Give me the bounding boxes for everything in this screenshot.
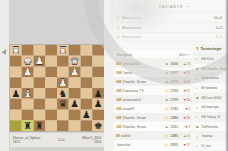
seek-icon [116, 25, 120, 29]
winner-row[interactable]: ○GM Andreikin [194, 74, 228, 84]
player-rating: 2680 [169, 116, 178, 120]
black-pawn-g2: ♟ [82, 110, 91, 120]
player-title: IM [116, 134, 120, 138]
player-rating: 2779 [169, 80, 178, 84]
square-d1 [45, 120, 57, 131]
square-e1 [57, 120, 69, 131]
square-d7 [45, 56, 57, 67]
black-player: Milan7_2004 1904 [82, 136, 101, 144]
lobby-seek-row[interactable]: Anonymous10+0 [114, 13, 228, 23]
square-c5 [33, 77, 45, 88]
panel-gutter [104, 0, 114, 151]
winner-row[interactable]: ♞TheFinnisher [194, 122, 228, 132]
black-pawn-f3: ♟ [70, 99, 79, 109]
leaderboard-row[interactable]: GMZhigalko_Sergei♞2779▼20 [114, 77, 192, 86]
square-h8 [92, 45, 104, 56]
lightning-perf-icon: ⚡ [164, 143, 168, 147]
square-e8: ♜ [57, 45, 69, 56]
square-d6 [45, 66, 57, 77]
player-name: Ognita [122, 71, 132, 75]
rating-progress: ▼20 [182, 80, 190, 84]
circle-icon: ○ [196, 57, 200, 61]
winner-row[interactable]: ○GM Klickr [194, 54, 228, 64]
player-title: GM [116, 80, 121, 84]
seek-icon [116, 16, 120, 20]
winner-name: IM elhamida [201, 86, 217, 89]
square-c3 [33, 99, 45, 110]
square-h7 [92, 56, 104, 67]
circle-icon: ○ [196, 105, 200, 109]
winner-row[interactable]: ○GM Vidocq_85 [194, 112, 228, 122]
black-pawn-h3: ♟ [94, 99, 103, 109]
square-c7: ♟ [33, 56, 45, 67]
leaderboard-row[interactable]: GMjasugi99⚡2745▼5 [114, 104, 192, 113]
player-rating: 2733 [169, 89, 178, 93]
player-rating: 2745 [169, 107, 178, 111]
square-e5: ♟ [57, 77, 69, 88]
rating-progress: ▼21 [182, 71, 190, 75]
seek-player-name: Anonymous [122, 25, 141, 29]
time-control: 2+0 [58, 138, 64, 142]
square-a4: ♟ [10, 88, 22, 99]
player-name: sp4rkk [121, 134, 131, 138]
winner-name: GM Lance5500 [201, 96, 222, 99]
square-h1: ♚ [92, 120, 104, 131]
variant-column-label: VARIANTE [155, 4, 186, 8]
square-g2: ♟ [80, 109, 92, 120]
player-name: alireza2003 [122, 62, 139, 66]
right-panel: VARIANTE Anonymous10+0Anonymous5+0Anonym… [114, 0, 228, 151]
square-c6 [33, 66, 45, 77]
white-player: Warrior_of_Spleen 1623 [13, 136, 41, 144]
knight-perf-icon: ♞ [165, 98, 168, 102]
lobby-table: VARIANTE Anonymous10+0Anonymous5+0Anonym… [114, 0, 228, 43]
white-pawn-b6: ♟ [23, 67, 32, 77]
square-h4: ♟ [92, 88, 104, 99]
player-name: Zhigalko_Sergei [122, 116, 146, 120]
square-a5 [10, 77, 22, 88]
player-name: Zhigalko_Sergei [122, 125, 146, 129]
player-title: GM [116, 71, 121, 75]
winner-name: GM Klickr [201, 57, 214, 60]
square-c4 [33, 88, 45, 99]
black-player-rating: 1904 [82, 140, 101, 144]
square-d2 [45, 109, 57, 120]
winner-row[interactable]: ○32_mm [194, 141, 228, 151]
trophy-icon: Y [196, 47, 199, 52]
winner-row[interactable]: ○IM elhamida [194, 83, 228, 93]
rating-progress: ▼5 [182, 107, 190, 111]
left-page-margin [0, 0, 9, 151]
square-c1: ♜ [33, 120, 45, 131]
square-e4: ♞ [57, 88, 69, 99]
square-d3 [45, 99, 57, 110]
knight-perf-icon: ♞ [165, 62, 168, 66]
square-a6 [10, 66, 22, 77]
rating-progress: ▼20 [182, 98, 190, 102]
square-h5 [92, 77, 104, 88]
tv-caption[interactable]: Warrior_of_Spleen 1623 2+0 Milan7_2004 1… [10, 133, 104, 147]
knight-icon: ♞ [196, 96, 200, 100]
square-h6 [92, 66, 104, 77]
white-rook-e8: ♜ [59, 46, 68, 56]
winner-name: 32_mm [201, 144, 211, 147]
winner-name: Teodhua [201, 135, 213, 138]
seek-time-control: 2+1 [216, 35, 222, 39]
white-pawn-f6: ♟ [70, 67, 79, 77]
square-c2 [33, 109, 45, 120]
square-f3: ♟ [69, 99, 81, 110]
pawn-perf-icon: ♟ [165, 71, 168, 75]
square-e3: ♛ [57, 99, 69, 110]
white-player-rating: 1623 [13, 140, 41, 144]
pawn-perf-icon: ♟ [165, 125, 168, 129]
black-queen-e3: ♛ [59, 99, 68, 109]
leaderboard-more-link[interactable]: Mehr » [179, 52, 189, 56]
leaderboard-row[interactable]: IMsp4rkk⚡2485▲15 [114, 131, 192, 140]
lobby-seek-row[interactable]: Anonymous5+0 [114, 23, 228, 33]
leaderboard-rows: GMalireza2003♞3056▲23GMOgnita♟2977▼21GMZ… [114, 59, 192, 149]
screenshot-viewport: ♜♜♚♟♛♟♟♟♟♝♞♟♛♟♟♟♜♜♚ Warrior_of_Spleen 16… [0, 0, 228, 151]
square-f2 [69, 109, 81, 120]
player-title: GM [116, 89, 121, 93]
seek-player-name: Anonymous [122, 16, 141, 20]
square-f1 [69, 120, 81, 131]
lightning-perf-icon: ⚡ [164, 116, 168, 120]
black-pawn-a4: ♟ [12, 89, 21, 99]
leaderboard-row[interactable]: GMZhigalko_Sergei⚡2680▼20 [114, 113, 192, 122]
player-rating: 2977 [169, 71, 178, 75]
square-g1 [80, 120, 92, 131]
square-g4 [80, 88, 92, 99]
winner-rows: ○GM Klickr♞GM Zhigalko_Sergei○GM Andreik… [194, 54, 228, 151]
square-g8 [80, 45, 92, 56]
white-rook-a8: ♜ [12, 46, 21, 56]
leaderboard-row[interactable]: konevlad⚡3495▼17 [114, 140, 192, 149]
leaderboard-row[interactable]: GMZugzwang_TV⚡2733▼21 [114, 86, 192, 95]
tv-board[interactable]: ♜♜♚♟♛♟♟♟♟♝♞♟♛♟♟♟♜♜♚ [10, 45, 104, 131]
knight-perf-icon: ♞ [165, 80, 168, 84]
square-d8 [45, 45, 57, 56]
rating-progress: ▼20 [182, 116, 190, 120]
square-f6: ♟ [69, 66, 81, 77]
leaderboard-title: Rangliste [117, 52, 132, 56]
rating-progress: ▼17 [182, 143, 190, 147]
leaderboard-row[interactable]: GMOgnita♟2977▼21 [114, 68, 192, 77]
rating-progress: ▼21 [182, 89, 190, 93]
white-bishop-b4: ♝ [23, 89, 32, 99]
player-name: jasugi99 [122, 107, 134, 111]
winners-title: Turniersieger [201, 47, 222, 51]
winner-name: GM Andreikin [201, 77, 219, 80]
seek-time-control: 5+0 [216, 25, 222, 29]
player-name: konevlad [117, 143, 130, 147]
lightning-perf-icon: ⚡ [164, 89, 168, 93]
square-h3: ♟ [92, 99, 104, 110]
black-rook-b1: ♜ [23, 121, 32, 131]
seek-time-control: 10+0 [214, 16, 222, 20]
player-rating: 2799 [169, 98, 178, 102]
winner-row[interactable]: ♞GM Zhigalko_Sergei [194, 64, 228, 74]
square-e7 [57, 56, 69, 67]
lobby-seek-row[interactable]: Anonymous2+1 [114, 32, 228, 42]
player-rating: 3056 [169, 62, 178, 66]
white-pawn-e5: ♟ [59, 78, 68, 88]
black-pawn-h4: ♟ [94, 89, 103, 99]
white-pawn-c7: ♟ [35, 56, 44, 66]
square-d5 [45, 77, 57, 88]
square-b3 [22, 99, 34, 110]
square-d4 [45, 88, 57, 99]
rating-progress: ▲23 [182, 62, 190, 66]
winner-row[interactable]: ○Teodhua [194, 132, 228, 142]
player-title: GM [116, 125, 121, 129]
square-g6 [80, 66, 92, 77]
knight-icon: ♞ [196, 67, 200, 71]
black-knight-e4: ♞ [59, 89, 68, 99]
square-f7: ♛ [69, 56, 81, 67]
square-a3 [10, 99, 22, 110]
square-a7 [10, 56, 22, 67]
square-a2 [10, 109, 22, 120]
winner-name: GM Vidocq_85 [201, 115, 221, 118]
square-b1: ♜ [22, 120, 34, 131]
square-b4: ♝ [22, 88, 34, 99]
square-c8 [33, 45, 45, 56]
square-a1 [10, 120, 22, 131]
circle-icon: ○ [196, 86, 200, 90]
chess-board: ♜♜♚♟♛♟♟♟♟♝♞♟♛♟♟♟♜♜♚ [10, 45, 104, 131]
square-a8: ♜ [10, 45, 22, 56]
winner-name: GM Bakhtiyor [201, 106, 219, 109]
square-g5 [80, 77, 92, 88]
square-b2 [22, 109, 34, 120]
knight-icon: ♞ [196, 125, 200, 129]
rating-progress: ▼7 [182, 125, 190, 129]
player-name: Zhigalko_Sergei [122, 80, 146, 84]
winner-row[interactable]: ♞GM Lance5500 [194, 93, 228, 103]
square-b7: ♚ [22, 56, 34, 67]
square-h2 [92, 109, 104, 120]
square-b6: ♟ [22, 66, 34, 77]
square-b5 [22, 77, 34, 88]
rating-progress: ▲15 [182, 134, 190, 138]
leaderboard-row[interactable]: GMpenguingim1♞2799▼20 [114, 95, 192, 104]
square-f4 [69, 88, 81, 99]
winner-row[interactable]: ○GM Bakhtiyor [194, 103, 228, 113]
player-name: Zugzwang_TV [122, 89, 143, 93]
player-rating: 2511 [169, 125, 178, 129]
player-title: GM [116, 62, 121, 66]
tournament-winners-box: Y Turniersieger ○GM Klickr♞GM Zhigalko_S… [194, 44, 228, 151]
square-e2 [57, 109, 69, 120]
square-f8 [69, 45, 81, 56]
seek-icon [116, 35, 120, 39]
square-g7 [80, 56, 92, 67]
player-rating: 2485 [169, 134, 178, 138]
leaderboard-box: Rangliste Mehr » GMalireza2003♞3056▲23GM… [114, 50, 192, 151]
black-rook-c1: ♜ [35, 121, 44, 131]
black-king-h1: ♚ [94, 121, 103, 131]
lichess-page: ♜♜♚♟♛♟♟♟♟♝♞♟♛♟♟♟♜♜♚ Warrior_of_Spleen 16… [0, 0, 228, 151]
leaderboard-row[interactable]: GMZhigalko_Sergei♟2511▼7 [114, 122, 192, 131]
winner-name: TheFinnisher [201, 125, 219, 128]
player-title: GM [116, 107, 121, 111]
circle-icon: ○ [196, 76, 200, 80]
white-queen-f7: ♛ [70, 56, 79, 66]
white-king-b7: ♚ [23, 56, 32, 66]
lobby-column-header[interactable]: VARIANTE [114, 0, 228, 13]
circle-icon: ○ [196, 144, 200, 148]
square-g3 [80, 99, 92, 110]
lightning-perf-icon: ⚡ [164, 134, 168, 138]
leaderboard-row[interactable]: GMalireza2003♞3056▲23 [114, 59, 192, 68]
lobby-rows: Anonymous10+0Anonymous5+0Anonymous2+1 [114, 13, 228, 42]
circle-icon: ○ [196, 134, 200, 138]
lightning-perf-icon: ⚡ [164, 107, 168, 111]
seek-player-name: Anonymous [122, 35, 141, 39]
square-f5 [69, 77, 81, 88]
player-name: penguingim1 [122, 98, 141, 102]
square-e6 [57, 66, 69, 77]
circle-icon: ○ [196, 115, 200, 119]
player-title: GM [116, 116, 121, 120]
player-title: GM [116, 98, 121, 102]
winner-name: GM Zhigalko_Sergei [201, 67, 226, 70]
player-rating: 3495 [169, 143, 178, 147]
square-b8 [22, 45, 34, 56]
